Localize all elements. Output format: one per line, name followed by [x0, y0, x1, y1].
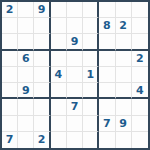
- cell-r3c4[interactable]: [51, 34, 67, 50]
- cell-r9c9[interactable]: [132, 132, 148, 148]
- cell-r5c6[interactable]: 1: [83, 67, 99, 83]
- cell-r1c1[interactable]: 2: [2, 2, 18, 18]
- cell-r2c8[interactable]: 2: [116, 18, 132, 34]
- cell-r6c3[interactable]: [34, 83, 50, 99]
- cell-r4c8[interactable]: [116, 51, 132, 67]
- cell-r9c2[interactable]: [18, 132, 34, 148]
- cell-r7c7[interactable]: [99, 99, 115, 115]
- cell-r1c5[interactable]: [67, 2, 83, 18]
- cell-r1c6[interactable]: [83, 2, 99, 18]
- cell-r3c7[interactable]: [99, 34, 115, 50]
- cell-r4c3[interactable]: [34, 51, 50, 67]
- cell-r9c6[interactable]: [83, 132, 99, 148]
- cell-r9c4[interactable]: [51, 132, 67, 148]
- cell-r4c5[interactable]: [67, 51, 83, 67]
- cell-r1c2[interactable]: [18, 2, 34, 18]
- cell-r7c8[interactable]: [116, 99, 132, 115]
- cell-r2c2[interactable]: [18, 18, 34, 34]
- cell-r6c1[interactable]: [2, 83, 18, 99]
- cell-r3c9[interactable]: [132, 34, 148, 50]
- cell-r3c5[interactable]: 9: [67, 34, 83, 50]
- cell-r1c9[interactable]: [132, 2, 148, 18]
- cell-r4c6[interactable]: [83, 51, 99, 67]
- cell-r9c5[interactable]: [67, 132, 83, 148]
- cell-r8c6[interactable]: [83, 116, 99, 132]
- cell-r9c3[interactable]: 2: [34, 132, 50, 148]
- cell-r9c8[interactable]: [116, 132, 132, 148]
- cell-r2c9[interactable]: [132, 18, 148, 34]
- cell-r5c3[interactable]: [34, 67, 50, 83]
- sudoku-board: 2982962419477972: [0, 0, 150, 150]
- cell-r7c4[interactable]: [51, 99, 67, 115]
- cell-r6c2[interactable]: 9: [18, 83, 34, 99]
- cell-r8c7[interactable]: 7: [99, 116, 115, 132]
- cell-r5c8[interactable]: [116, 67, 132, 83]
- cell-r1c8[interactable]: [116, 2, 132, 18]
- cell-r2c4[interactable]: [51, 18, 67, 34]
- cell-r2c3[interactable]: [34, 18, 50, 34]
- cell-r4c4[interactable]: [51, 51, 67, 67]
- cell-r9c1[interactable]: 7: [2, 132, 18, 148]
- cell-r7c9[interactable]: [132, 99, 148, 115]
- cell-r5c7[interactable]: [99, 67, 115, 83]
- cell-r4c7[interactable]: [99, 51, 115, 67]
- cell-r3c1[interactable]: [2, 34, 18, 50]
- cell-r9c7[interactable]: [99, 132, 115, 148]
- cell-r4c1[interactable]: [2, 51, 18, 67]
- cell-r6c7[interactable]: [99, 83, 115, 99]
- cell-r1c3[interactable]: 9: [34, 2, 50, 18]
- cell-r3c2[interactable]: [18, 34, 34, 50]
- cell-r8c2[interactable]: [18, 116, 34, 132]
- cell-r6c4[interactable]: [51, 83, 67, 99]
- cell-r7c6[interactable]: [83, 99, 99, 115]
- cell-r5c1[interactable]: [2, 67, 18, 83]
- cell-r2c7[interactable]: 8: [99, 18, 115, 34]
- cell-r5c4[interactable]: 4: [51, 67, 67, 83]
- cell-r7c3[interactable]: [34, 99, 50, 115]
- cell-r8c1[interactable]: [2, 116, 18, 132]
- cell-r4c9[interactable]: 2: [132, 51, 148, 67]
- cell-r8c5[interactable]: [67, 116, 83, 132]
- cell-r3c3[interactable]: [34, 34, 50, 50]
- cell-r6c6[interactable]: [83, 83, 99, 99]
- cell-r3c8[interactable]: [116, 34, 132, 50]
- cell-r8c8[interactable]: 9: [116, 116, 132, 132]
- cell-r6c9[interactable]: 4: [132, 83, 148, 99]
- cell-r6c5[interactable]: [67, 83, 83, 99]
- cell-r2c6[interactable]: [83, 18, 99, 34]
- cell-r7c1[interactable]: [2, 99, 18, 115]
- cell-r5c5[interactable]: [67, 67, 83, 83]
- cell-r2c1[interactable]: [2, 18, 18, 34]
- cell-r7c2[interactable]: [18, 99, 34, 115]
- cell-r8c4[interactable]: [51, 116, 67, 132]
- cell-r2c5[interactable]: [67, 18, 83, 34]
- cell-r5c2[interactable]: [18, 67, 34, 83]
- cell-r3c6[interactable]: [83, 34, 99, 50]
- cell-r5c9[interactable]: [132, 67, 148, 83]
- cell-r1c4[interactable]: [51, 2, 67, 18]
- cell-r8c9[interactable]: [132, 116, 148, 132]
- cell-r1c7[interactable]: [99, 2, 115, 18]
- cell-r7c5[interactable]: 7: [67, 99, 83, 115]
- cell-r4c2[interactable]: 6: [18, 51, 34, 67]
- cell-r8c3[interactable]: [34, 116, 50, 132]
- cell-r6c8[interactable]: [116, 83, 132, 99]
